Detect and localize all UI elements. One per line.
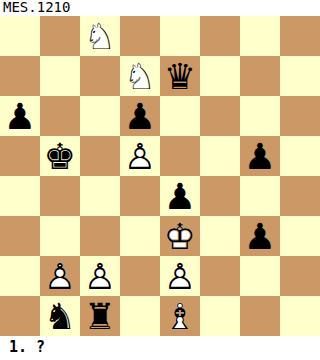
square-e7[interactable]: ♛ (160, 56, 200, 96)
square-a5[interactable] (0, 136, 40, 176)
square-a7[interactable] (0, 56, 40, 96)
pawn-glyph: ♟ (0, 96, 40, 136)
square-e4[interactable]: ♟ (160, 176, 200, 216)
square-e1[interactable]: ♝♗ (160, 296, 200, 336)
square-h1[interactable] (280, 296, 320, 336)
square-g1[interactable] (240, 296, 280, 336)
square-d4[interactable] (120, 176, 160, 216)
square-f3[interactable] (200, 216, 240, 256)
pawn-glyph: ♟ (240, 216, 280, 256)
square-h7[interactable] (280, 56, 320, 96)
square-b4[interactable] (40, 176, 80, 216)
pawn-glyph: ♟ (120, 96, 160, 136)
square-g6[interactable] (240, 96, 280, 136)
piece-black-queen[interactable]: ♛ (160, 56, 200, 96)
square-b5[interactable]: ♚ (40, 136, 80, 176)
square-g7[interactable] (240, 56, 280, 96)
square-h5[interactable] (280, 136, 320, 176)
square-c1[interactable]: ♜ (80, 296, 120, 336)
piece-white-knight[interactable]: ♞♘ (120, 56, 160, 96)
square-g4[interactable] (240, 176, 280, 216)
square-b2[interactable]: ♟♙ (40, 256, 80, 296)
square-a8[interactable] (0, 16, 40, 56)
square-d3[interactable] (120, 216, 160, 256)
square-d6[interactable]: ♟ (120, 96, 160, 136)
piece-white-pawn[interactable]: ♟♙ (120, 136, 160, 176)
square-h4[interactable] (280, 176, 320, 216)
square-g2[interactable] (240, 256, 280, 296)
square-f8[interactable] (200, 16, 240, 56)
piece-black-pawn[interactable]: ♟ (0, 96, 40, 136)
square-a1[interactable] (0, 296, 40, 336)
square-d1[interactable] (120, 296, 160, 336)
square-h6[interactable] (280, 96, 320, 136)
knight-outline-glyph: ♘ (80, 16, 120, 56)
square-b3[interactable] (40, 216, 80, 256)
square-a6[interactable]: ♟ (0, 96, 40, 136)
square-b7[interactable] (40, 56, 80, 96)
piece-white-king[interactable]: ♚♔ (160, 216, 200, 256)
piece-white-bishop[interactable]: ♝♗ (160, 296, 200, 336)
square-d7[interactable]: ♞♘ (120, 56, 160, 96)
chess-puzzle-app: MES.1210 ♞♘♞♘♛♟♟♚♟♙♟♟♚♔♟♟♙♟♙♟♙♞♜♝♗ 1. ? (0, 0, 320, 360)
piece-black-pawn[interactable]: ♟ (160, 176, 200, 216)
move-prompt: 1. ? (0, 336, 320, 360)
bishop-outline-glyph: ♗ (160, 296, 200, 336)
piece-white-pawn[interactable]: ♟♙ (40, 256, 80, 296)
square-d5[interactable]: ♟♙ (120, 136, 160, 176)
piece-white-pawn[interactable]: ♟♙ (80, 256, 120, 296)
square-c8[interactable]: ♞♘ (80, 16, 120, 56)
piece-black-king[interactable]: ♚ (40, 136, 80, 176)
square-f5[interactable] (200, 136, 240, 176)
square-h2[interactable] (280, 256, 320, 296)
square-e5[interactable] (160, 136, 200, 176)
square-e3[interactable]: ♚♔ (160, 216, 200, 256)
square-e8[interactable] (160, 16, 200, 56)
square-f2[interactable] (200, 256, 240, 296)
square-c7[interactable] (80, 56, 120, 96)
square-d8[interactable] (120, 16, 160, 56)
square-a3[interactable] (0, 216, 40, 256)
square-f4[interactable] (200, 176, 240, 216)
square-f1[interactable] (200, 296, 240, 336)
square-f7[interactable] (200, 56, 240, 96)
square-c5[interactable] (80, 136, 120, 176)
square-g5[interactable]: ♟ (240, 136, 280, 176)
square-b6[interactable] (40, 96, 80, 136)
square-h3[interactable] (280, 216, 320, 256)
piece-white-pawn[interactable]: ♟♙ (160, 256, 200, 296)
square-c2[interactable]: ♟♙ (80, 256, 120, 296)
square-c6[interactable] (80, 96, 120, 136)
square-f6[interactable] (200, 96, 240, 136)
piece-black-pawn[interactable]: ♟ (240, 216, 280, 256)
knight-outline-glyph: ♘ (120, 56, 160, 96)
king-glyph: ♚ (40, 136, 80, 176)
pawn-glyph: ♟ (240, 136, 280, 176)
pawn-outline-glyph: ♙ (80, 256, 120, 296)
pawn-outline-glyph: ♙ (160, 256, 200, 296)
king-outline-glyph: ♔ (160, 216, 200, 256)
square-a4[interactable] (0, 176, 40, 216)
square-c4[interactable] (80, 176, 120, 216)
piece-white-knight[interactable]: ♞♘ (80, 16, 120, 56)
piece-black-pawn[interactable]: ♟ (240, 136, 280, 176)
square-d2[interactable] (120, 256, 160, 296)
pawn-glyph: ♟ (160, 176, 200, 216)
square-g8[interactable] (240, 16, 280, 56)
piece-black-pawn[interactable]: ♟ (120, 96, 160, 136)
square-b8[interactable] (40, 16, 80, 56)
square-e2[interactable]: ♟♙ (160, 256, 200, 296)
square-a2[interactable] (0, 256, 40, 296)
square-g3[interactable]: ♟ (240, 216, 280, 256)
piece-black-knight[interactable]: ♞ (40, 296, 80, 336)
pawn-outline-glyph: ♙ (40, 256, 80, 296)
knight-glyph: ♞ (40, 296, 80, 336)
chess-board: ♞♘♞♘♛♟♟♚♟♙♟♟♚♔♟♟♙♟♙♟♙♞♜♝♗ (0, 16, 320, 336)
pawn-outline-glyph: ♙ (120, 136, 160, 176)
square-b1[interactable]: ♞ (40, 296, 80, 336)
square-c3[interactable] (80, 216, 120, 256)
piece-black-rook[interactable]: ♜ (80, 296, 120, 336)
queen-glyph: ♛ (160, 56, 200, 96)
square-e6[interactable] (160, 96, 200, 136)
rook-glyph: ♜ (80, 296, 120, 336)
square-h8[interactable] (280, 16, 320, 56)
puzzle-title: MES.1210 (0, 0, 320, 16)
